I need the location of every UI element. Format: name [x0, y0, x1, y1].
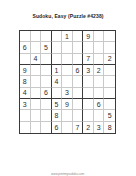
- cell-r7c2: [31, 99, 42, 110]
- cell-r7c1: 3: [20, 99, 31, 110]
- cell-r1c6: [73, 31, 84, 42]
- cell-r4c6: 6: [73, 65, 84, 76]
- cell-r2c5: [62, 42, 73, 53]
- cell-r5c8: [94, 76, 105, 87]
- cell-r3c3: [41, 54, 52, 65]
- cell-r4c1: 9: [20, 65, 31, 76]
- cell-r6c4: [52, 88, 63, 99]
- cell-r4c7: 3: [83, 65, 94, 76]
- cell-r5c3: [41, 76, 52, 87]
- cell-r6c6: [73, 88, 84, 99]
- cell-r7c5: 9: [62, 99, 73, 110]
- cell-r8c6: [73, 110, 84, 121]
- cell-r9c4: 6: [52, 122, 63, 133]
- cell-r1c7: 9: [83, 31, 94, 42]
- cell-r4c3: [41, 65, 52, 76]
- cell-r4c9: [104, 65, 115, 76]
- cell-r3c9: 2: [104, 54, 115, 65]
- cell-r7c3: [41, 99, 52, 110]
- cell-r4c5: [62, 65, 73, 76]
- cell-r2c2: [31, 42, 42, 53]
- cell-r4c2: [31, 65, 42, 76]
- cell-r9c5: [62, 122, 73, 133]
- cell-r2c8: [94, 42, 105, 53]
- cell-r5c4: 4: [52, 76, 63, 87]
- cell-r3c8: [94, 54, 105, 65]
- cell-r6c2: [31, 88, 42, 99]
- cell-r5c1: 8: [20, 76, 31, 87]
- sudoku-print-page: Sudoku, Easy (Puzzle #4238) 196547291632…: [0, 0, 136, 176]
- cell-r1c4: [52, 31, 63, 42]
- cell-r1c3: [41, 31, 52, 42]
- cell-r9c3: [41, 122, 52, 133]
- footer: www.printmysudoku.com: [0, 163, 136, 176]
- cell-r9c9: 8: [104, 122, 115, 133]
- cell-r7c6: [73, 99, 84, 110]
- cell-r4c8: 2: [94, 65, 105, 76]
- cell-r2c4: [52, 42, 63, 53]
- cell-r6c8: [94, 88, 105, 99]
- cell-r8c7: [83, 110, 94, 121]
- cell-r5c5: [62, 76, 73, 87]
- cell-r1c1: [20, 31, 31, 42]
- cell-r6c1: 4: [20, 88, 31, 99]
- cell-r3c6: [73, 54, 84, 65]
- cell-r5c6: [73, 76, 84, 87]
- cell-r2c1: 6: [20, 42, 31, 53]
- cell-r9c6: 7: [73, 122, 84, 133]
- cell-r7c4: 5: [52, 99, 63, 110]
- cell-r8c8: [94, 110, 105, 121]
- cell-r1c5: 1: [62, 31, 73, 42]
- cell-r6c3: 6: [41, 88, 52, 99]
- cell-r3c4: [52, 54, 63, 65]
- cell-r8c3: [41, 110, 52, 121]
- cell-r8c1: [20, 110, 31, 121]
- cell-r7c8: 6: [94, 99, 105, 110]
- cell-r5c7: [83, 76, 94, 87]
- cell-r8c9: 5: [104, 110, 115, 121]
- cell-r2c7: [83, 42, 94, 53]
- cell-r7c9: [104, 99, 115, 110]
- cell-r9c2: [31, 122, 42, 133]
- cell-r9c7: 2: [83, 122, 94, 133]
- cell-r1c9: [104, 31, 115, 42]
- cell-r3c7: 7: [83, 54, 94, 65]
- cell-r6c5: 3: [62, 88, 73, 99]
- cell-r6c9: [104, 88, 115, 99]
- cell-r9c8: 3: [94, 122, 105, 133]
- cell-r8c4: 8: [52, 110, 63, 121]
- footer-url: www.printmysudoku.com: [51, 172, 84, 176]
- sudoku-board: 1965472916328446335968567238: [19, 30, 116, 134]
- cell-r3c5: [62, 54, 73, 65]
- cell-r4c4: 1: [52, 65, 63, 76]
- cell-r6c7: [83, 88, 94, 99]
- cell-r1c8: [94, 31, 105, 42]
- cell-r5c9: [104, 76, 115, 87]
- cell-r7c7: [83, 99, 94, 110]
- page-title: Sudoku, Easy (Puzzle #4238): [0, 13, 136, 19]
- cell-r8c5: [62, 110, 73, 121]
- cell-r1c2: [31, 31, 42, 42]
- cell-r2c6: [73, 42, 84, 53]
- cell-r5c2: [31, 76, 42, 87]
- cell-r9c1: [20, 122, 31, 133]
- cell-r3c2: 4: [31, 54, 42, 65]
- cell-r8c2: [31, 110, 42, 121]
- cell-r2c9: [104, 42, 115, 53]
- cell-r3c1: [20, 54, 31, 65]
- cell-r2c3: 5: [41, 42, 52, 53]
